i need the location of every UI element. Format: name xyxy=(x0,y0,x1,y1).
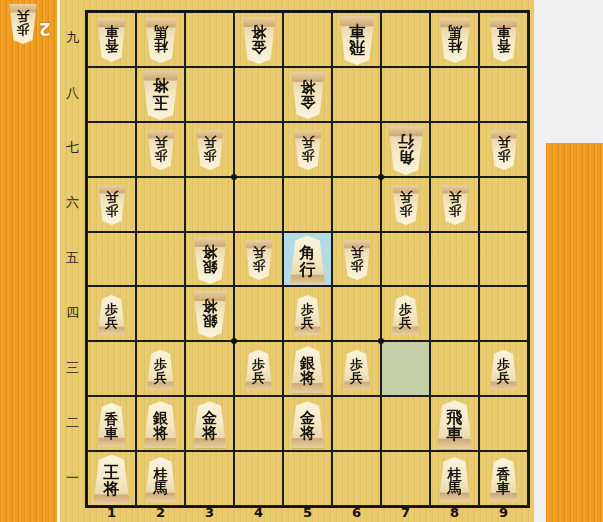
file-label: 1 xyxy=(87,506,136,522)
rank-label: 四 xyxy=(60,304,85,322)
square-4八[interactable] xyxy=(234,67,283,122)
piece-kanji: 歩 xyxy=(154,149,167,162)
piece-kanji: 兵 xyxy=(105,191,118,204)
hand-piece-count: 2 xyxy=(39,19,51,39)
file-label: 7 xyxy=(381,506,430,522)
piece-kanji: 将 xyxy=(251,24,266,39)
piece-kanji: 車 xyxy=(497,25,511,39)
piece-kanji: 歩 xyxy=(448,204,461,217)
square-8四[interactable] xyxy=(430,286,479,341)
piece-kanji: 将 xyxy=(300,79,315,94)
file-label: 3 xyxy=(185,506,234,522)
piece-kanji: 香 xyxy=(497,39,511,53)
rank-label: 二 xyxy=(60,414,85,432)
square-4一[interactable] xyxy=(234,451,283,506)
piece-kanji: 兵 xyxy=(350,246,363,259)
piece-kanji: 兵 xyxy=(301,316,314,329)
file-label: 6 xyxy=(332,506,381,522)
piece-kanji: 玉 xyxy=(153,94,169,110)
piece-kanji: 歩 xyxy=(301,303,314,316)
square-6一[interactable] xyxy=(332,451,381,506)
piece-kanji: 兵 xyxy=(497,136,510,149)
hand-piece-pawn[interactable]: 歩兵 xyxy=(9,4,37,44)
square-1三[interactable] xyxy=(87,341,136,396)
star-point xyxy=(378,174,384,180)
right-divider xyxy=(534,0,546,522)
rank-label: 三 xyxy=(60,359,85,377)
file-label: 8 xyxy=(430,506,479,522)
piece-kanji: 歩 xyxy=(203,149,216,162)
square-9五[interactable] xyxy=(479,232,528,287)
piece-kanji: 馬 xyxy=(448,481,462,495)
piece-kanji: 車 xyxy=(447,426,463,442)
piece-kanji: 香 xyxy=(105,412,119,426)
piece-kanji: 歩 xyxy=(301,149,314,162)
square-9四[interactable] xyxy=(479,286,528,341)
piece-kanji: 将 xyxy=(153,426,168,441)
square-3九[interactable] xyxy=(185,12,234,67)
piece-kanji: 歩 xyxy=(105,303,118,316)
square-7二[interactable] xyxy=(381,396,430,451)
square-6八[interactable] xyxy=(332,67,381,122)
piece-kanji: 香 xyxy=(497,467,511,481)
rank-label: 一 xyxy=(60,469,85,487)
square-7九[interactable] xyxy=(381,12,430,67)
rank-label: 六 xyxy=(60,194,85,212)
piece-kanji: 桂 xyxy=(154,467,168,481)
piece-kanji: 兵 xyxy=(252,246,265,259)
square-2六[interactable] xyxy=(136,177,185,232)
piece-kanji: 桂 xyxy=(448,39,462,53)
square-1七[interactable] xyxy=(87,122,136,177)
square-7一[interactable] xyxy=(381,451,430,506)
square-8八[interactable] xyxy=(430,67,479,122)
piece-kanji: 将 xyxy=(104,481,120,497)
square-4七[interactable] xyxy=(234,122,283,177)
piece-kanji: 車 xyxy=(105,25,119,39)
piece-kanji: 兵 xyxy=(252,371,265,384)
piece-kanji: 行 xyxy=(300,262,316,278)
square-7八[interactable] xyxy=(381,67,430,122)
piece-kanji: 馬 xyxy=(154,481,168,495)
square-9六[interactable] xyxy=(479,177,528,232)
square-6二[interactable] xyxy=(332,396,381,451)
piece-kanji: 将 xyxy=(202,243,217,258)
square-1八[interactable] xyxy=(87,67,136,122)
piece-kanji: 香 xyxy=(105,39,119,53)
piece-kanji: 行 xyxy=(398,132,414,148)
piece-kanji: 将 xyxy=(202,298,217,313)
piece-kanji: 将 xyxy=(300,371,315,386)
piece-kanji: 金 xyxy=(300,94,315,109)
piece-kanji: 将 xyxy=(202,426,217,441)
piece-kanji: 兵 xyxy=(497,371,510,384)
piece-kanji: 飛 xyxy=(349,39,365,55)
square-3一[interactable] xyxy=(185,451,234,506)
square-7五[interactable] xyxy=(381,232,430,287)
piece-kanji: 兵 xyxy=(448,191,461,204)
square-4四[interactable] xyxy=(234,286,283,341)
shogi-app: 2 歩兵 香車桂馬金将飛車桂馬香車玉将金将歩兵歩兵歩兵角行歩兵歩兵歩兵歩兵銀将歩… xyxy=(0,0,603,522)
square-2五[interactable] xyxy=(136,232,185,287)
piece-kanji: 兵 xyxy=(301,136,314,149)
piece-kanji: 歩 xyxy=(497,358,510,371)
board: 香車桂馬金将飛車桂馬香車玉将金将歩兵歩兵歩兵角行歩兵歩兵歩兵歩兵銀将歩兵角行歩兵… xyxy=(60,0,534,522)
piece-kanji: 歩 xyxy=(252,358,265,371)
piece-kanji: 桂 xyxy=(154,39,168,53)
star-point xyxy=(231,174,237,180)
piece-kanji: 車 xyxy=(349,23,365,39)
opponent-hand-tray: 2 歩兵 xyxy=(0,0,57,522)
square-8三[interactable] xyxy=(430,341,479,396)
square-6四[interactable] xyxy=(332,286,381,341)
square-4六[interactable] xyxy=(234,177,283,232)
file-label: 5 xyxy=(283,506,332,522)
piece-kanji: 角 xyxy=(398,149,414,165)
file-label: 4 xyxy=(234,506,283,522)
file-label: 9 xyxy=(479,506,528,522)
piece-kanji: 将 xyxy=(300,426,315,441)
piece-kanji: 車 xyxy=(497,481,511,495)
piece-kanji: 歩 xyxy=(497,149,510,162)
piece-kanji: 歩 xyxy=(105,204,118,217)
piece-kanji: 歩 xyxy=(154,358,167,371)
square-6七[interactable] xyxy=(332,122,381,177)
square-6六[interactable] xyxy=(332,177,381,232)
piece-kanji: 歩 xyxy=(399,204,412,217)
piece-kanji: 兵 xyxy=(203,136,216,149)
square-9二[interactable] xyxy=(479,396,528,451)
square-9八[interactable] xyxy=(479,67,528,122)
piece-kanji: 兵 xyxy=(154,136,167,149)
rank-label: 五 xyxy=(60,249,85,267)
square-5九[interactable] xyxy=(283,12,332,67)
piece-kanji: 兵 xyxy=(350,371,363,384)
square-7三[interactable] xyxy=(381,341,430,396)
piece-kanji: 兵 xyxy=(17,10,30,23)
piece-kanji: 桂 xyxy=(448,467,462,481)
piece-kanji: 歩 xyxy=(350,358,363,371)
square-3三[interactable] xyxy=(185,341,234,396)
piece-kanji: 兵 xyxy=(399,191,412,204)
square-2四[interactable] xyxy=(136,286,185,341)
square-5一[interactable] xyxy=(283,451,332,506)
rank-label: 八 xyxy=(60,84,85,102)
square-1五[interactable] xyxy=(87,232,136,287)
piece-kanji: 将 xyxy=(153,77,169,93)
piece-kanji: 馬 xyxy=(448,25,462,39)
piece-kanji: 兵 xyxy=(154,371,167,384)
square-4二[interactable] xyxy=(234,396,283,451)
file-label: 2 xyxy=(136,506,185,522)
piece-kanji: 馬 xyxy=(154,25,168,39)
right-background xyxy=(546,0,603,143)
piece-kanji: 歩 xyxy=(399,303,412,316)
square-8七[interactable] xyxy=(430,122,479,177)
piece-kanji: 兵 xyxy=(399,316,412,329)
piece-kanji: 歩 xyxy=(350,259,363,272)
square-8五[interactable] xyxy=(430,232,479,287)
piece-kanji: 歩 xyxy=(252,259,265,272)
player-hand-tray xyxy=(546,143,603,522)
square-3六[interactable] xyxy=(185,177,234,232)
rank-label: 七 xyxy=(60,139,85,157)
piece-kanji: 金 xyxy=(251,39,266,54)
square-3八[interactable] xyxy=(185,67,234,122)
square-5六[interactable] xyxy=(283,177,332,232)
piece-kanji: 歩 xyxy=(17,23,30,36)
piece-kanji: 銀 xyxy=(202,313,217,328)
piece-kanji: 車 xyxy=(105,426,119,440)
rank-label: 九 xyxy=(60,29,85,47)
piece-kanji: 兵 xyxy=(105,316,118,329)
board-frame: 香車桂馬金将飛車桂馬香車玉将金将歩兵歩兵歩兵角行歩兵歩兵歩兵歩兵銀将歩兵角行歩兵… xyxy=(85,10,530,508)
